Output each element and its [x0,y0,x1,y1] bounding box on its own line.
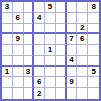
cell-r2c2-given: 6 [13,13,24,24]
cell-r8c5-empty[interactable] [45,77,56,88]
cell-r6c9-empty[interactable] [88,56,99,67]
cell-r4c2-given: 9 [13,34,24,45]
cell-r4c7-given: 7 [67,34,78,45]
cell-r3c4-empty[interactable] [34,24,45,35]
cell-r3c1-empty[interactable] [2,24,13,35]
cell-r5c2-empty[interactable] [13,45,24,56]
cell-r5c9-empty[interactable] [88,45,99,56]
cell-r4c1-empty[interactable] [2,34,13,45]
cell-r5c1-empty[interactable] [2,45,13,56]
cell-r7c8-empty[interactable] [77,67,88,78]
cell-r2c7-empty[interactable] [67,13,78,24]
cell-r5c8-empty[interactable] [77,45,88,56]
cell-r6c1-empty[interactable] [2,56,13,67]
cell-r2c4-given: 4 [34,13,45,24]
cell-r6c6-empty[interactable] [56,56,67,67]
cell-r2c9-empty[interactable] [88,13,99,24]
cell-r3c9-empty[interactable] [88,24,99,35]
cell-r8c9-empty[interactable] [88,77,99,88]
cell-r4c8-given: 6 [77,34,88,45]
cell-r3c2-empty[interactable] [13,24,24,35]
cell-r5c7-empty[interactable] [67,45,78,56]
cell-r6c4-empty[interactable] [34,56,45,67]
cell-r5c3-empty[interactable] [24,45,35,56]
cell-r7c3-given: 3 [24,67,35,78]
cell-r9c4-given: 2 [34,88,45,99]
cell-r2c5-empty[interactable] [45,13,56,24]
cell-r4c9-empty[interactable] [88,34,99,45]
cell-r2c1-empty[interactable] [2,13,13,24]
cell-r8c1-empty[interactable] [2,77,13,88]
cell-r1c5-given: 5 [45,2,56,13]
cell-r1c2-empty[interactable] [13,2,24,13]
cell-r6c5-empty[interactable] [45,56,56,67]
cell-r2c6-empty[interactable] [56,13,67,24]
cell-r7c1-given: 1 [2,67,13,78]
cell-r8c3-empty[interactable] [24,77,35,88]
cell-r3c6-empty[interactable] [56,24,67,35]
cell-r3c5-empty[interactable] [45,24,56,35]
cell-r2c8-empty[interactable] [77,13,88,24]
cell-r7c9-given: 5 [88,67,99,78]
cell-r9c1-empty[interactable] [2,88,13,99]
cell-r8c4-given: 6 [34,77,45,88]
cell-r9c3-empty[interactable] [24,88,35,99]
cell-r1c7-empty[interactable] [67,2,78,13]
cell-r5c4-empty[interactable] [34,45,45,56]
cell-r6c7-given: 4 [67,56,78,67]
cell-r7c5-empty[interactable] [45,67,56,78]
cell-r7c6-empty[interactable] [56,67,67,78]
cell-r6c2-empty[interactable] [13,56,24,67]
cell-r1c3-empty[interactable] [24,2,35,13]
cell-r1c1-given: 3 [2,2,13,13]
cell-r9c7-empty[interactable] [67,88,78,99]
cell-r2c3-empty[interactable] [24,13,35,24]
cell-r4c3-empty[interactable] [24,34,35,45]
cell-r4c5-empty[interactable] [45,34,56,45]
cell-r3c7-empty[interactable] [67,24,78,35]
cell-r5c6-empty[interactable] [56,45,67,56]
cell-r9c5-empty[interactable] [45,88,56,99]
cell-r1c4-empty[interactable] [34,2,45,13]
cell-r9c9-empty[interactable] [88,88,99,99]
cell-r8c8-empty[interactable] [77,77,88,88]
cell-r3c3-empty[interactable] [24,24,35,35]
cell-r1c8-empty[interactable] [77,2,88,13]
cell-r7c2-empty[interactable] [13,67,24,78]
cell-r1c9-given: 8 [88,2,99,13]
cell-r4c6-empty[interactable] [56,34,67,45]
cell-r7c7-empty[interactable] [67,67,78,78]
cell-r8c7-given: 9 [67,77,78,88]
cell-r9c8-empty[interactable] [77,88,88,99]
cell-r8c2-empty[interactable] [13,77,24,88]
cell-r6c3-empty[interactable] [24,56,35,67]
cell-r8c6-empty[interactable] [56,77,67,88]
cell-r6c8-empty[interactable] [77,56,88,67]
cell-r7c4-empty[interactable] [34,67,45,78]
cell-r4c4-empty[interactable] [34,34,45,45]
cell-r9c6-empty[interactable] [56,88,67,99]
cell-r1c6-empty[interactable] [56,2,67,13]
cell-r9c2-empty[interactable] [13,88,24,99]
cell-r3c8-given: 2 [77,24,88,35]
sudoku-board: 35864297614135692 [0,0,101,101]
cell-r5c5-given: 1 [45,45,56,56]
